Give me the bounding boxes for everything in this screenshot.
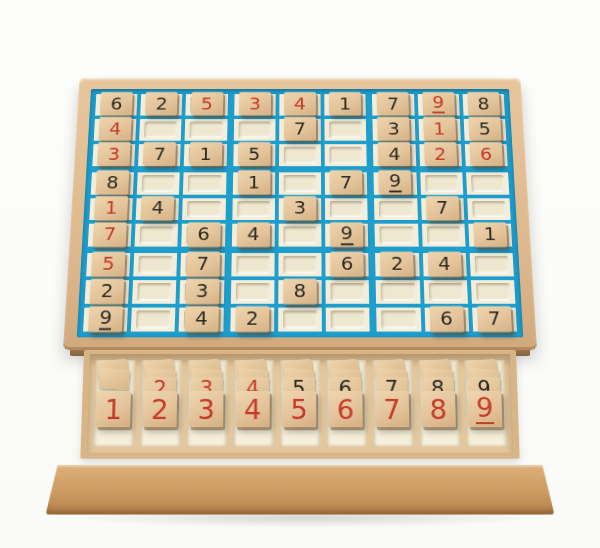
cell-r7c8[interactable]: 4 — [422, 253, 466, 276]
box-6: 971 — [374, 172, 512, 247]
cell-r4c7[interactable]: 9 — [374, 172, 417, 194]
number-tile-4[interactable]: 4 — [284, 92, 316, 115]
number-tile-9[interactable]: 9 — [379, 170, 412, 194]
cell-r3c2[interactable]: 7 — [138, 144, 181, 166]
cell-recess — [330, 201, 363, 218]
cell-recess — [425, 175, 458, 192]
cell-recess — [380, 227, 414, 244]
cell-recess — [237, 201, 270, 218]
number-tile-5[interactable]: 5 — [191, 92, 223, 115]
number-tile-1[interactable]: 1 — [473, 222, 507, 247]
cell-r7c2[interactable] — [133, 253, 177, 276]
number-tile-6[interactable]: 6 — [100, 92, 133, 115]
number-tile-7[interactable]: 7 — [93, 222, 127, 247]
cell-r9c9[interactable]: 7 — [472, 308, 517, 332]
cell-r5c1[interactable]: 1 — [89, 198, 133, 221]
cell-r5c4[interactable] — [232, 198, 275, 221]
cell-recess — [381, 311, 415, 329]
front-tile-4[interactable]: 4 — [235, 391, 270, 427]
drawer-slot-1[interactable]: 1 — [93, 360, 136, 447]
cell-r6c6[interactable]: 9 — [325, 224, 368, 247]
cell-r2c5[interactable]: 7 — [279, 119, 321, 141]
cell-r8c1[interactable]: 2 — [85, 280, 130, 304]
cell-r8c9[interactable] — [471, 280, 516, 304]
cell-recess — [187, 201, 220, 218]
cell-r9c8[interactable]: 6 — [424, 308, 469, 332]
cell-recess — [283, 256, 317, 274]
number-tile-8[interactable]: 8 — [96, 170, 130, 194]
cell-r9c2[interactable] — [131, 308, 176, 332]
cell-r7c5[interactable] — [278, 253, 321, 276]
cell-r6c4[interactable]: 4 — [232, 224, 275, 247]
cell-r1c6[interactable]: 1 — [324, 94, 366, 115]
drawer-slot-9[interactable]: 99 — [464, 360, 507, 447]
number-tile-5[interactable]: 5 — [238, 142, 271, 166]
cell-r8c4[interactable] — [230, 280, 274, 304]
number-tile-8[interactable]: 8 — [467, 92, 500, 115]
drawer: 12233445566778899 — [45, 350, 554, 521]
cell-recess — [331, 311, 365, 329]
cell-recess — [136, 311, 171, 329]
number-tile-6[interactable]: 6 — [469, 142, 502, 166]
drawer-slot-6[interactable]: 66 — [326, 360, 367, 447]
cell-recess — [188, 175, 221, 192]
number-tile-4[interactable]: 4 — [427, 251, 461, 276]
cell-recess — [381, 283, 415, 301]
cell-r4c9[interactable] — [466, 172, 509, 194]
cell-recess — [238, 121, 270, 137]
front-tile-9[interactable]: 9 — [467, 391, 502, 427]
cell-recess — [474, 256, 508, 274]
number-tile-8[interactable]: 8 — [283, 278, 317, 304]
cell-r6c3[interactable]: 6 — [182, 224, 226, 247]
cell-r1c4[interactable]: 3 — [234, 94, 276, 115]
cell-r9c3[interactable]: 4 — [179, 308, 223, 332]
cell-r1c8[interactable]: 9 — [417, 94, 459, 115]
cell-recess — [476, 283, 511, 301]
number-tile-3[interactable]: 3 — [284, 196, 317, 220]
cell-r7c3[interactable]: 7 — [181, 253, 225, 276]
cell-r5c8[interactable]: 7 — [421, 198, 464, 221]
box-9: 2467 — [375, 253, 517, 331]
cell-r4c5[interactable] — [279, 172, 321, 194]
number-tile-5[interactable]: 5 — [91, 251, 126, 276]
box-5: 17349 — [232, 172, 369, 247]
number-tile-6[interactable]: 6 — [330, 251, 364, 276]
number-tile-3[interactable]: 3 — [239, 92, 271, 115]
number-tile-5[interactable]: 5 — [468, 117, 501, 140]
cell-recess — [138, 256, 172, 274]
cell-recess — [235, 283, 269, 301]
cell-r5c6[interactable] — [325, 198, 368, 221]
cell-r4c6[interactable]: 7 — [325, 172, 368, 194]
cell-r6c5[interactable] — [278, 224, 321, 247]
cell-r1c2[interactable]: 2 — [140, 94, 182, 115]
cell-recess — [329, 147, 362, 164]
number-tile-4[interactable]: 4 — [141, 196, 175, 220]
cell-recess — [284, 147, 317, 164]
drawer-tray: 12233445566778899 — [80, 350, 519, 459]
cell-r3c8[interactable]: 2 — [419, 144, 462, 166]
cell-r5c2[interactable]: 4 — [136, 198, 179, 221]
number-tile-9[interactable]: 9 — [422, 92, 455, 115]
cell-r9c1[interactable]: 9 — [83, 308, 128, 332]
cell-r1c3[interactable]: 5 — [186, 94, 228, 115]
drawer-slot-5[interactable]: 55 — [280, 360, 321, 447]
cell-recess — [283, 227, 316, 244]
front-tile-6[interactable]: 6 — [328, 391, 363, 427]
drawer-slot-7[interactable]: 77 — [372, 360, 414, 447]
front-tile-3[interactable]: 3 — [189, 391, 224, 427]
cell-recess — [329, 121, 361, 137]
number-tile-4[interactable]: 4 — [184, 306, 218, 332]
number-tile-4[interactable]: 4 — [99, 117, 132, 140]
number-tile-7[interactable]: 7 — [143, 142, 176, 166]
board-perspective-wrap: 6254371341757983154268147617349971572394… — [63, 78, 537, 350]
cell-recess — [472, 201, 506, 218]
number-tile-7[interactable]: 7 — [186, 251, 220, 276]
number-tile-4[interactable]: 4 — [378, 142, 411, 166]
front-tile-2[interactable]: 2 — [142, 391, 177, 427]
drawer-slot-4[interactable]: 44 — [233, 360, 274, 447]
cell-r5c9[interactable] — [467, 198, 511, 221]
cell-recess — [140, 227, 174, 244]
cell-r3c5[interactable] — [279, 144, 321, 166]
cell-recess — [137, 283, 171, 301]
cell-recess — [426, 227, 460, 244]
cell-r4c3[interactable] — [183, 172, 226, 194]
front-tile-5[interactable]: 5 — [282, 391, 316, 427]
cell-r6c1[interactable]: 7 — [88, 224, 132, 247]
number-tile-2[interactable]: 2 — [380, 251, 414, 276]
sudoku-board: 6254371341757983154268147617349971572394… — [77, 89, 524, 337]
cell-recess — [284, 175, 317, 192]
cell-r5c5[interactable]: 3 — [279, 198, 322, 221]
box-1: 6254371 — [92, 94, 227, 166]
cell-r9c5[interactable] — [278, 308, 322, 332]
number-tile-7[interactable]: 7 — [425, 196, 459, 220]
number-tile-2[interactable]: 2 — [145, 92, 178, 115]
sudoku-set-photo: 6254371341757983154268147617349971572394… — [0, 0, 600, 548]
cell-r2c6[interactable] — [325, 119, 367, 141]
cell-r4c2[interactable] — [137, 172, 180, 194]
cell-r2c2[interactable] — [139, 119, 182, 141]
cell-r6c9[interactable]: 1 — [468, 224, 512, 247]
number-tile-7[interactable]: 7 — [377, 92, 409, 115]
box-3: 798315426 — [372, 94, 507, 166]
cell-recess — [144, 121, 177, 137]
drawer-slot-2[interactable]: 22 — [140, 360, 182, 447]
number-tile-9[interactable]: 9 — [88, 306, 123, 332]
cell-r2c3[interactable] — [185, 119, 227, 141]
cell-r6c7[interactable] — [375, 224, 419, 247]
cell-recess — [428, 283, 462, 301]
box-8: 682 — [230, 253, 370, 331]
blank-tile-back — [98, 368, 130, 390]
cell-r6c2[interactable] — [135, 224, 179, 247]
cell-r1c5[interactable]: 4 — [279, 94, 321, 115]
cell-r8c7[interactable] — [376, 280, 420, 304]
cell-r2c4[interactable] — [233, 119, 275, 141]
drawer-slot-3[interactable]: 33 — [186, 360, 228, 447]
cell-recess — [471, 175, 505, 192]
front-tile-7[interactable]: 7 — [374, 391, 409, 427]
front-tile-1[interactable]: 1 — [96, 391, 131, 427]
cell-r6c8[interactable] — [421, 224, 465, 247]
number-tile-6[interactable]: 6 — [429, 306, 464, 332]
cell-r3c4[interactable]: 5 — [233, 144, 275, 166]
box-4: 81476 — [88, 172, 226, 247]
cell-r7c1[interactable]: 5 — [86, 253, 130, 276]
cell-r7c9[interactable] — [469, 253, 513, 276]
number-tile-2[interactable]: 2 — [235, 306, 269, 332]
cell-r3c9[interactable]: 6 — [465, 144, 508, 166]
number-tile-7[interactable]: 7 — [477, 306, 512, 332]
cell-r1c9[interactable]: 8 — [462, 94, 505, 115]
cell-r3c7[interactable]: 4 — [373, 144, 416, 166]
number-tile-1[interactable]: 1 — [94, 196, 128, 220]
box-2: 34175 — [233, 94, 367, 166]
cell-r8c3[interactable]: 3 — [180, 280, 224, 304]
box-7: 572394 — [83, 253, 225, 331]
drawer-slot-8[interactable]: 88 — [418, 360, 460, 447]
cell-r8c6[interactable] — [326, 280, 370, 304]
number-tile-7[interactable]: 7 — [284, 117, 316, 140]
cell-r8c2[interactable] — [132, 280, 176, 304]
number-tile-1[interactable]: 1 — [423, 117, 456, 140]
board-frame: 6254371341757983154268147617349971572394… — [63, 78, 537, 350]
cell-r4c1[interactable]: 8 — [91, 172, 134, 194]
number-tile-1[interactable]: 1 — [189, 142, 222, 166]
number-tile-6[interactable]: 6 — [187, 222, 221, 247]
number-tile-3[interactable]: 3 — [97, 142, 130, 166]
cell-r7c7[interactable]: 2 — [375, 253, 419, 276]
cell-r5c7[interactable] — [374, 198, 417, 221]
cell-recess — [142, 175, 175, 192]
cell-r7c6[interactable]: 6 — [325, 253, 369, 276]
cell-recess — [331, 283, 365, 301]
number-tile-2[interactable]: 2 — [90, 278, 125, 304]
cell-r8c5[interactable]: 8 — [278, 280, 322, 304]
cell-recess — [283, 311, 317, 329]
cell-r2c8[interactable]: 1 — [418, 119, 461, 141]
number-tile-4[interactable]: 4 — [236, 222, 269, 247]
cell-recess — [379, 201, 412, 218]
number-tile-1[interactable]: 1 — [237, 170, 270, 194]
cell-r3c6[interactable] — [325, 144, 367, 166]
cell-recess — [236, 256, 270, 274]
cell-r4c8[interactable] — [420, 172, 463, 194]
cell-r5c3[interactable] — [182, 198, 225, 221]
number-tile-9[interactable]: 9 — [330, 222, 363, 247]
cell-r9c6[interactable] — [326, 308, 370, 332]
front-tile-8[interactable]: 8 — [421, 391, 456, 427]
cell-r3c3[interactable]: 1 — [184, 144, 227, 166]
cell-r7c4[interactable] — [231, 253, 275, 276]
number-tile-2[interactable]: 2 — [424, 142, 457, 166]
number-tile-3[interactable]: 3 — [378, 117, 411, 140]
cell-r2c7[interactable]: 3 — [373, 119, 415, 141]
cell-r1c7[interactable]: 7 — [372, 94, 414, 115]
cell-r9c7[interactable] — [376, 308, 420, 332]
cell-recess — [190, 121, 223, 137]
cell-r4c4[interactable]: 1 — [232, 172, 275, 194]
drawer-front-handle[interactable] — [46, 465, 555, 515]
number-tile-1[interactable]: 1 — [329, 92, 361, 115]
number-tile-7[interactable]: 7 — [330, 170, 363, 194]
cell-r3c1[interactable]: 3 — [92, 144, 135, 166]
cell-r9c4[interactable]: 2 — [230, 308, 274, 332]
number-tile-3[interactable]: 3 — [185, 278, 219, 304]
cell-r2c1[interactable]: 4 — [94, 119, 137, 141]
cell-r2c9[interactable]: 5 — [463, 119, 506, 141]
cell-r8c8[interactable] — [423, 280, 467, 304]
cell-r1c1[interactable]: 6 — [95, 94, 138, 115]
